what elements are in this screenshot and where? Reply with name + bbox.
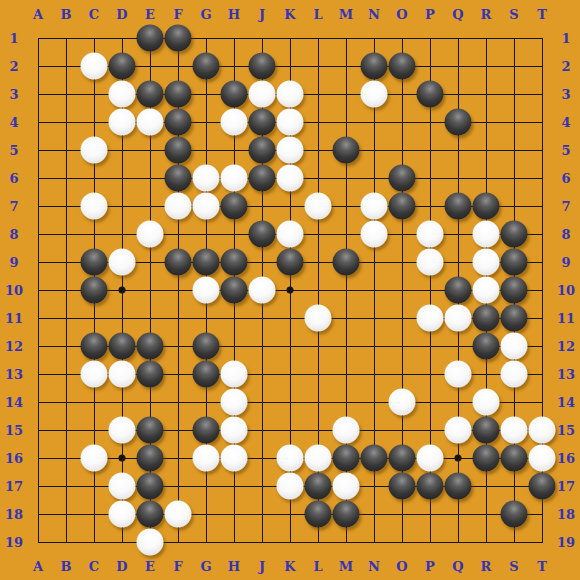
star-point: [119, 287, 126, 294]
col-label-top: R: [481, 8, 492, 21]
col-label-bottom: C: [89, 560, 99, 573]
col-label-bottom: L: [313, 560, 322, 573]
black-stone: [137, 25, 164, 52]
col-label-top: C: [89, 8, 99, 21]
col-label-bottom: F: [173, 560, 182, 573]
col-label-bottom: K: [284, 560, 295, 573]
white-stone: [473, 249, 500, 276]
black-stone: [165, 25, 192, 52]
col-label-top: O: [396, 8, 407, 21]
black-stone: [249, 109, 276, 136]
black-stone: [249, 53, 276, 80]
col-label-bottom: M: [339, 560, 353, 573]
black-stone: [249, 221, 276, 248]
white-stone: [277, 221, 304, 248]
col-label-bottom: A: [33, 560, 43, 573]
black-stone: [81, 277, 108, 304]
grid-line: [38, 542, 543, 543]
star-point: [119, 455, 126, 462]
row-label-right: 7: [561, 200, 570, 213]
row-label-left: 6: [9, 172, 18, 185]
col-label-bottom: O: [396, 560, 407, 573]
white-stone: [277, 473, 304, 500]
row-label-left: 13: [5, 368, 23, 381]
row-label-left: 5: [9, 144, 18, 157]
row-label-right: 19: [557, 536, 575, 549]
white-stone: [445, 305, 472, 332]
row-label-left: 15: [5, 424, 23, 437]
row-label-right: 8: [561, 228, 570, 241]
white-stone: [361, 221, 388, 248]
row-label-left: 19: [5, 536, 23, 549]
white-stone: [501, 417, 528, 444]
black-stone: [165, 137, 192, 164]
black-stone: [109, 53, 136, 80]
black-stone: [445, 473, 472, 500]
white-stone: [445, 361, 472, 388]
col-label-top: J: [259, 8, 265, 21]
col-label-top: E: [145, 8, 155, 21]
row-label-right: 13: [557, 368, 575, 381]
white-stone: [277, 109, 304, 136]
col-label-top: T: [537, 8, 547, 21]
col-label-bottom: G: [200, 560, 211, 573]
row-label-left: 12: [5, 340, 23, 353]
col-label-bottom: D: [116, 560, 127, 573]
white-stone: [333, 473, 360, 500]
row-label-left: 18: [5, 508, 23, 521]
black-stone: [501, 501, 528, 528]
col-label-top: K: [284, 8, 295, 21]
col-label-top: P: [425, 8, 435, 21]
white-stone: [417, 221, 444, 248]
grid-line: [38, 402, 543, 403]
white-stone: [389, 389, 416, 416]
white-stone: [361, 193, 388, 220]
col-label-bottom: P: [425, 560, 435, 573]
black-stone: [109, 333, 136, 360]
white-stone: [417, 445, 444, 472]
row-label-right: 1: [561, 32, 570, 45]
black-stone: [137, 501, 164, 528]
black-stone: [165, 109, 192, 136]
black-stone: [473, 193, 500, 220]
black-stone: [417, 81, 444, 108]
col-label-top: S: [509, 8, 518, 21]
black-stone: [137, 473, 164, 500]
black-stone: [165, 81, 192, 108]
white-stone: [81, 445, 108, 472]
white-stone: [333, 417, 360, 444]
row-label-right: 5: [561, 144, 570, 157]
white-stone: [417, 305, 444, 332]
black-stone: [501, 305, 528, 332]
black-stone: [389, 165, 416, 192]
row-label-left: 8: [9, 228, 18, 241]
row-label-left: 7: [9, 200, 18, 213]
col-label-top: B: [61, 8, 72, 21]
white-stone: [221, 361, 248, 388]
row-label-left: 10: [5, 284, 23, 297]
black-stone: [333, 501, 360, 528]
black-stone: [473, 333, 500, 360]
black-stone: [473, 305, 500, 332]
white-stone: [109, 81, 136, 108]
white-stone: [193, 277, 220, 304]
row-label-right: 11: [557, 312, 575, 325]
white-stone: [221, 389, 248, 416]
col-label-bottom: R: [481, 560, 492, 573]
white-stone: [109, 361, 136, 388]
black-stone: [137, 445, 164, 472]
black-stone: [417, 473, 444, 500]
black-stone: [137, 333, 164, 360]
row-label-right: 2: [561, 60, 570, 73]
black-stone: [221, 249, 248, 276]
black-stone: [193, 333, 220, 360]
white-stone: [193, 445, 220, 472]
black-stone: [501, 249, 528, 276]
white-stone: [81, 193, 108, 220]
row-label-left: 17: [5, 480, 23, 493]
col-label-top: D: [116, 8, 127, 21]
row-label-left: 9: [9, 256, 18, 269]
black-stone: [221, 193, 248, 220]
col-label-bottom: E: [145, 560, 155, 573]
black-stone: [445, 193, 472, 220]
black-stone: [501, 445, 528, 472]
white-stone: [361, 81, 388, 108]
col-label-top: N: [368, 8, 380, 21]
black-stone: [361, 445, 388, 472]
white-stone: [473, 221, 500, 248]
col-label-top: G: [200, 8, 211, 21]
col-label-top: L: [313, 8, 322, 21]
col-label-bottom: B: [61, 560, 72, 573]
row-label-right: 10: [557, 284, 575, 297]
black-stone: [81, 333, 108, 360]
row-label-left: 2: [9, 60, 18, 73]
black-stone: [249, 137, 276, 164]
col-label-top: Q: [452, 8, 463, 21]
white-stone: [137, 221, 164, 248]
row-label-right: 3: [561, 88, 570, 101]
white-stone: [137, 529, 164, 556]
col-label-top: H: [228, 8, 240, 21]
col-label-top: M: [339, 8, 353, 21]
white-stone: [473, 389, 500, 416]
row-label-left: 14: [5, 396, 23, 409]
black-stone: [445, 109, 472, 136]
black-stone: [221, 81, 248, 108]
black-stone: [305, 501, 332, 528]
row-label-left: 4: [9, 116, 18, 129]
white-stone: [501, 361, 528, 388]
row-label-right: 9: [561, 256, 570, 269]
white-stone: [137, 109, 164, 136]
col-label-bottom: T: [537, 560, 547, 573]
white-stone: [529, 417, 556, 444]
row-label-right: 12: [557, 340, 575, 353]
col-label-bottom: J: [259, 560, 265, 573]
col-label-top: A: [33, 8, 43, 21]
black-stone: [389, 193, 416, 220]
white-stone: [109, 249, 136, 276]
white-stone: [249, 81, 276, 108]
black-stone: [137, 361, 164, 388]
white-stone: [305, 305, 332, 332]
black-stone: [193, 249, 220, 276]
black-stone: [165, 165, 192, 192]
black-stone: [193, 53, 220, 80]
col-label-top: F: [173, 8, 182, 21]
black-stone: [473, 417, 500, 444]
col-label-bottom: H: [228, 560, 240, 573]
star-point: [287, 287, 294, 294]
white-stone: [81, 137, 108, 164]
black-stone: [193, 417, 220, 444]
black-stone: [389, 445, 416, 472]
black-stone: [333, 445, 360, 472]
white-stone: [165, 193, 192, 220]
white-stone: [221, 417, 248, 444]
row-label-left: 3: [9, 88, 18, 101]
white-stone: [501, 333, 528, 360]
white-stone: [81, 361, 108, 388]
row-label-right: 16: [557, 452, 575, 465]
row-label-left: 11: [5, 312, 23, 325]
white-stone: [277, 81, 304, 108]
white-stone: [445, 417, 472, 444]
white-stone: [193, 165, 220, 192]
black-stone: [165, 249, 192, 276]
white-stone: [165, 501, 192, 528]
white-stone: [277, 445, 304, 472]
black-stone: [137, 417, 164, 444]
white-stone: [473, 277, 500, 304]
white-stone: [249, 277, 276, 304]
col-label-bottom: Q: [452, 560, 463, 573]
black-stone: [193, 361, 220, 388]
black-stone: [81, 249, 108, 276]
go-board[interactable]: AABBCCDDEEFFGGHHJJKKLLMMNNOOPPQQRRSSTT11…: [0, 0, 580, 580]
black-stone: [501, 277, 528, 304]
white-stone: [193, 193, 220, 220]
black-stone: [389, 53, 416, 80]
row-label-left: 1: [9, 32, 18, 45]
black-stone: [389, 473, 416, 500]
row-label-right: 14: [557, 396, 575, 409]
col-label-bottom: N: [368, 560, 380, 573]
black-stone: [305, 473, 332, 500]
white-stone: [277, 137, 304, 164]
row-label-right: 6: [561, 172, 570, 185]
row-label-right: 17: [557, 480, 575, 493]
row-label-right: 15: [557, 424, 575, 437]
white-stone: [109, 417, 136, 444]
white-stone: [417, 249, 444, 276]
white-stone: [109, 501, 136, 528]
row-label-left: 16: [5, 452, 23, 465]
white-stone: [221, 445, 248, 472]
row-label-right: 18: [557, 508, 575, 521]
white-stone: [305, 445, 332, 472]
white-stone: [529, 445, 556, 472]
black-stone: [445, 277, 472, 304]
row-label-right: 4: [561, 116, 570, 129]
star-point: [455, 455, 462, 462]
white-stone: [81, 53, 108, 80]
black-stone: [333, 137, 360, 164]
white-stone: [109, 109, 136, 136]
black-stone: [473, 445, 500, 472]
black-stone: [361, 53, 388, 80]
black-stone: [529, 473, 556, 500]
black-stone: [277, 249, 304, 276]
black-stone: [501, 221, 528, 248]
white-stone: [221, 165, 248, 192]
black-stone: [221, 277, 248, 304]
black-stone: [333, 249, 360, 276]
black-stone: [249, 165, 276, 192]
white-stone: [305, 193, 332, 220]
white-stone: [221, 109, 248, 136]
white-stone: [109, 473, 136, 500]
black-stone: [137, 81, 164, 108]
white-stone: [277, 165, 304, 192]
col-label-bottom: S: [509, 560, 518, 573]
